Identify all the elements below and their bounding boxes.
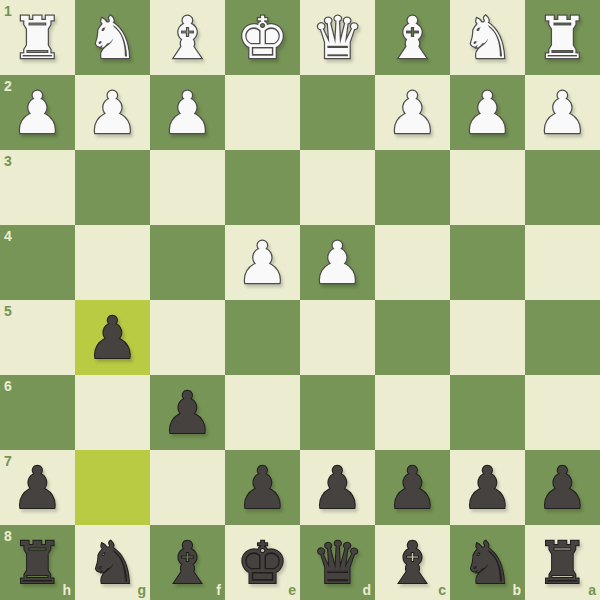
black-pawn[interactable]: ♟ xyxy=(537,459,589,517)
square-a8[interactable]: a♜ xyxy=(525,525,600,600)
square-e1[interactable]: ♚ xyxy=(225,0,300,75)
black-pawn[interactable]: ♟ xyxy=(312,459,364,517)
square-h7[interactable]: 7♟ xyxy=(0,450,75,525)
square-g8[interactable]: g♞ xyxy=(75,525,150,600)
file-label-b: b xyxy=(512,583,521,597)
black-pawn[interactable]: ♟ xyxy=(387,459,439,517)
square-b6[interactable] xyxy=(450,375,525,450)
square-f1[interactable]: ♝ xyxy=(150,0,225,75)
black-pawn[interactable]: ♟ xyxy=(237,459,289,517)
square-g4[interactable] xyxy=(75,225,150,300)
square-e6[interactable] xyxy=(225,375,300,450)
rank-label-3: 3 xyxy=(4,154,12,168)
square-d8[interactable]: d♛ xyxy=(300,525,375,600)
square-e8[interactable]: e♚ xyxy=(225,525,300,600)
square-g3[interactable] xyxy=(75,150,150,225)
file-label-d: d xyxy=(362,583,371,597)
square-a6[interactable] xyxy=(525,375,600,450)
square-f5[interactable] xyxy=(150,300,225,375)
file-label-f: f xyxy=(216,583,221,597)
square-b4[interactable] xyxy=(450,225,525,300)
square-e3[interactable] xyxy=(225,150,300,225)
file-label-e: e xyxy=(288,583,296,597)
square-c4[interactable] xyxy=(375,225,450,300)
square-c7[interactable]: ♟ xyxy=(375,450,450,525)
white-king[interactable]: ♚ xyxy=(237,9,289,67)
white-pawn[interactable]: ♟ xyxy=(87,84,139,142)
black-bishop[interactable]: ♝ xyxy=(162,534,214,592)
square-g6[interactable] xyxy=(75,375,150,450)
white-pawn[interactable]: ♟ xyxy=(162,84,214,142)
square-d6[interactable] xyxy=(300,375,375,450)
square-b5[interactable] xyxy=(450,300,525,375)
black-pawn[interactable]: ♟ xyxy=(12,459,64,517)
white-pawn[interactable]: ♟ xyxy=(312,234,364,292)
square-f6[interactable]: ♟ xyxy=(150,375,225,450)
square-c6[interactable] xyxy=(375,375,450,450)
square-g2[interactable]: ♟ xyxy=(75,75,150,150)
square-f7[interactable] xyxy=(150,450,225,525)
white-queen[interactable]: ♛ xyxy=(312,9,364,67)
black-knight[interactable]: ♞ xyxy=(462,534,514,592)
black-queen[interactable]: ♛ xyxy=(312,534,364,592)
white-rook[interactable]: ♜ xyxy=(12,9,64,67)
square-b8[interactable]: b♞ xyxy=(450,525,525,600)
square-g5[interactable]: ♟ xyxy=(75,300,150,375)
white-knight[interactable]: ♞ xyxy=(462,9,514,67)
square-h3[interactable]: 3 xyxy=(0,150,75,225)
white-pawn[interactable]: ♟ xyxy=(237,234,289,292)
square-f2[interactable]: ♟ xyxy=(150,75,225,150)
white-rook[interactable]: ♜ xyxy=(537,9,589,67)
black-rook[interactable]: ♜ xyxy=(12,534,64,592)
square-b1[interactable]: ♞ xyxy=(450,0,525,75)
white-pawn[interactable]: ♟ xyxy=(387,84,439,142)
square-c5[interactable] xyxy=(375,300,450,375)
square-h2[interactable]: 2♟ xyxy=(0,75,75,150)
square-b2[interactable]: ♟ xyxy=(450,75,525,150)
square-c2[interactable]: ♟ xyxy=(375,75,450,150)
chess-board: 1♜♞♝♚♛♝♞♜2♟♟♟♟♟♟34♟♟5♟6♟7♟♟♟♟♟♟8h♜g♞f♝e♚… xyxy=(0,0,600,600)
square-h4[interactable]: 4 xyxy=(0,225,75,300)
square-h5[interactable]: 5 xyxy=(0,300,75,375)
black-knight[interactable]: ♞ xyxy=(87,534,139,592)
square-h6[interactable]: 6 xyxy=(0,375,75,450)
square-a5[interactable] xyxy=(525,300,600,375)
square-d5[interactable] xyxy=(300,300,375,375)
square-e5[interactable] xyxy=(225,300,300,375)
white-knight[interactable]: ♞ xyxy=(87,9,139,67)
rank-label-4: 4 xyxy=(4,229,12,243)
black-bishop[interactable]: ♝ xyxy=(387,534,439,592)
square-a3[interactable] xyxy=(525,150,600,225)
square-b7[interactable]: ♟ xyxy=(450,450,525,525)
square-d1[interactable]: ♛ xyxy=(300,0,375,75)
square-c3[interactable] xyxy=(375,150,450,225)
white-pawn[interactable]: ♟ xyxy=(462,84,514,142)
white-bishop[interactable]: ♝ xyxy=(387,9,439,67)
square-d4[interactable]: ♟ xyxy=(300,225,375,300)
square-e7[interactable]: ♟ xyxy=(225,450,300,525)
file-label-g: g xyxy=(137,583,146,597)
rank-label-6: 6 xyxy=(4,379,12,393)
square-a2[interactable]: ♟ xyxy=(525,75,600,150)
square-d7[interactable]: ♟ xyxy=(300,450,375,525)
square-h1[interactable]: 1♜ xyxy=(0,0,75,75)
square-f8[interactable]: f♝ xyxy=(150,525,225,600)
black-pawn[interactable]: ♟ xyxy=(162,384,214,442)
file-label-a: a xyxy=(588,583,596,597)
square-a7[interactable]: ♟ xyxy=(525,450,600,525)
square-d3[interactable] xyxy=(300,150,375,225)
square-h8[interactable]: 8h♜ xyxy=(0,525,75,600)
black-rook[interactable]: ♜ xyxy=(537,534,589,592)
square-f4[interactable] xyxy=(150,225,225,300)
white-bishop[interactable]: ♝ xyxy=(162,9,214,67)
rank-label-5: 5 xyxy=(4,304,12,318)
file-label-c: c xyxy=(438,583,446,597)
square-d2[interactable] xyxy=(300,75,375,150)
square-c1[interactable]: ♝ xyxy=(375,0,450,75)
black-pawn[interactable]: ♟ xyxy=(462,459,514,517)
square-e4[interactable]: ♟ xyxy=(225,225,300,300)
square-a1[interactable]: ♜ xyxy=(525,0,600,75)
white-pawn[interactable]: ♟ xyxy=(537,84,589,142)
square-g7[interactable] xyxy=(75,450,150,525)
square-g1[interactable]: ♞ xyxy=(75,0,150,75)
square-b3[interactable] xyxy=(450,150,525,225)
square-c8[interactable]: c♝ xyxy=(375,525,450,600)
square-e2[interactable] xyxy=(225,75,300,150)
black-pawn[interactable]: ♟ xyxy=(87,309,139,367)
square-a4[interactable] xyxy=(525,225,600,300)
white-pawn[interactable]: ♟ xyxy=(12,84,64,142)
square-f3[interactable] xyxy=(150,150,225,225)
black-king[interactable]: ♚ xyxy=(237,534,289,592)
file-label-h: h xyxy=(62,583,71,597)
